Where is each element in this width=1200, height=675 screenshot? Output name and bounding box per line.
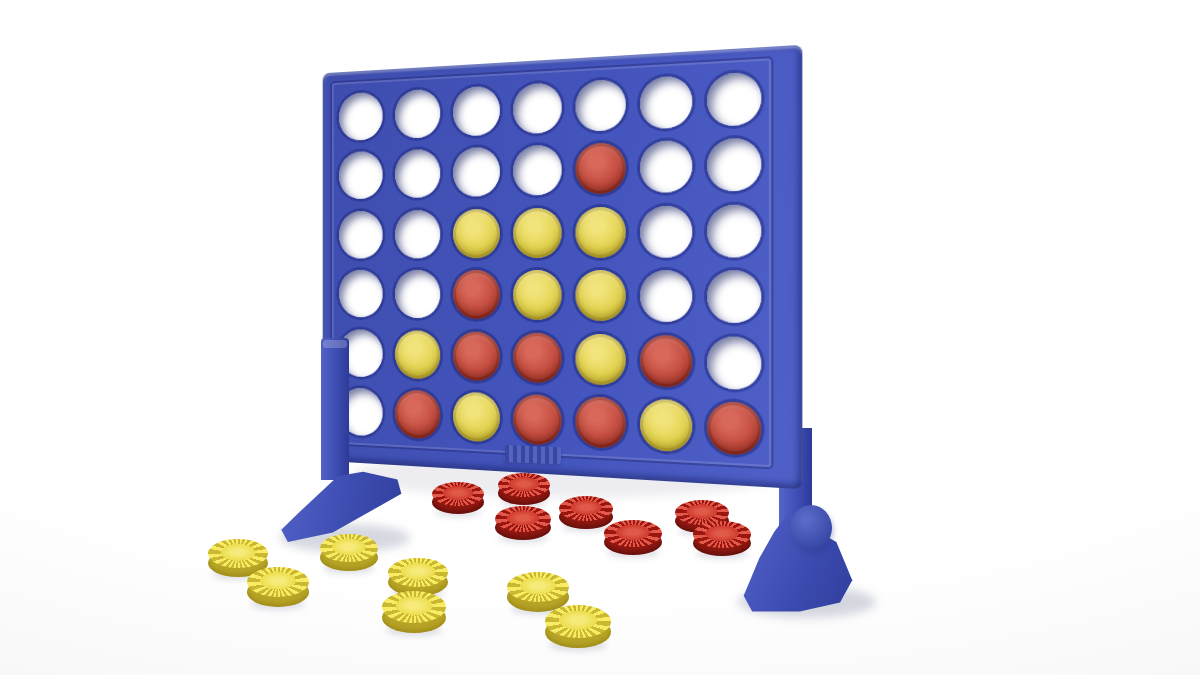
loose-red-chip: [693, 521, 751, 556]
yellow-chip-face: [388, 558, 448, 587]
loose-red-chip: [495, 506, 551, 540]
loose-red-chip: [604, 520, 662, 555]
red-chip-face: [693, 521, 751, 548]
red-chip-face: [604, 520, 662, 547]
loose-yellow-chip: [382, 591, 446, 633]
yellow-chip-face: [545, 605, 611, 638]
loose-red-chip: [498, 473, 550, 505]
loose-yellow-chip: [545, 605, 611, 648]
loose-yellow-chip: [247, 567, 309, 607]
red-chip-face: [559, 496, 613, 521]
photo-stage: [0, 0, 1200, 675]
loose-red-chip: [432, 482, 484, 514]
yellow-chip-face: [208, 539, 268, 568]
loose-chips-layer: [0, 0, 1200, 675]
loose-yellow-chip: [320, 534, 378, 571]
yellow-chip-face: [382, 591, 446, 623]
yellow-chip-face: [320, 534, 378, 562]
red-chip-face: [495, 506, 551, 532]
